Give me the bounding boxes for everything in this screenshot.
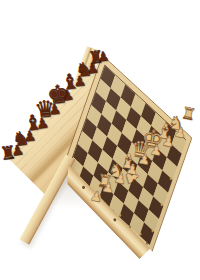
chess-piece-light-rook: ♜ (180, 105, 197, 123)
product-photo-folding-chess-set: ♟♟♟♟♟♟♟♟♜♞♝♛♚♝♞♜ ♜♞♝♛♚♝♞♜♟♟♟♟♟♟♟♟♟ (0, 0, 200, 280)
hinge-screw (113, 218, 117, 222)
hinge-screw (81, 185, 85, 189)
frame-coordinate-mark (146, 241, 148, 245)
